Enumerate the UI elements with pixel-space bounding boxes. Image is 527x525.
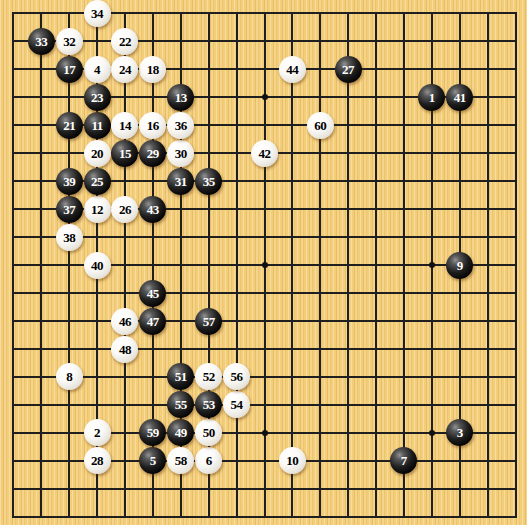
stone-black-27[interactable]: 27 <box>335 56 362 83</box>
stone-black-55[interactable]: 55 <box>167 391 194 418</box>
stone-black-59[interactable]: 59 <box>139 419 166 446</box>
stone-white-26[interactable]: 26 <box>111 196 138 223</box>
stone-white-22[interactable]: 22 <box>111 28 138 55</box>
stone-white-20[interactable]: 20 <box>84 140 111 167</box>
stone-white-52[interactable]: 52 <box>195 363 222 390</box>
stone-white-12[interactable]: 12 <box>84 196 111 223</box>
stone-white-36[interactable]: 36 <box>167 112 194 139</box>
stone-white-14[interactable]: 14 <box>111 112 138 139</box>
stone-white-54[interactable]: 54 <box>223 391 250 418</box>
stone-white-34[interactable]: 34 <box>84 0 111 27</box>
stone-black-21[interactable]: 21 <box>56 112 83 139</box>
stone-black-33[interactable]: 33 <box>28 28 55 55</box>
stone-white-28[interactable]: 28 <box>84 447 111 474</box>
stone-white-40[interactable]: 40 <box>84 252 111 279</box>
stone-black-5[interactable]: 5 <box>139 447 166 474</box>
stone-black-53[interactable]: 53 <box>195 391 222 418</box>
stone-black-57[interactable]: 57 <box>195 308 222 335</box>
stone-white-30[interactable]: 30 <box>167 140 194 167</box>
stone-white-42[interactable]: 42 <box>251 140 278 167</box>
stone-white-50[interactable]: 50 <box>195 419 222 446</box>
stone-black-25[interactable]: 25 <box>84 168 111 195</box>
stone-black-1[interactable]: 1 <box>418 84 445 111</box>
stone-black-51[interactable]: 51 <box>167 363 194 390</box>
stone-white-46[interactable]: 46 <box>111 308 138 335</box>
stone-white-18[interactable]: 18 <box>139 56 166 83</box>
stone-white-6[interactable]: 6 <box>195 447 222 474</box>
stone-black-41[interactable]: 41 <box>446 84 473 111</box>
stone-white-24[interactable]: 24 <box>111 56 138 83</box>
stone-black-47[interactable]: 47 <box>139 308 166 335</box>
go-board[interactable]: 1234567891011121314151617182021222324252… <box>0 0 527 525</box>
stone-black-15[interactable]: 15 <box>111 140 138 167</box>
stone-white-38[interactable]: 38 <box>56 224 83 251</box>
stone-white-2[interactable]: 2 <box>84 419 111 446</box>
stone-black-9[interactable]: 9 <box>446 252 473 279</box>
stone-white-10[interactable]: 10 <box>279 447 306 474</box>
stone-black-39[interactable]: 39 <box>56 168 83 195</box>
stone-white-8[interactable]: 8 <box>56 363 83 390</box>
stone-white-56[interactable]: 56 <box>223 363 250 390</box>
stone-white-4[interactable]: 4 <box>84 56 111 83</box>
stone-black-45[interactable]: 45 <box>139 280 166 307</box>
stone-black-29[interactable]: 29 <box>139 140 166 167</box>
stone-white-16[interactable]: 16 <box>139 112 166 139</box>
stone-white-48[interactable]: 48 <box>111 336 138 363</box>
stone-black-23[interactable]: 23 <box>84 84 111 111</box>
stone-black-3[interactable]: 3 <box>446 419 473 446</box>
stone-white-60[interactable]: 60 <box>307 112 334 139</box>
stone-white-32[interactable]: 32 <box>56 28 83 55</box>
stone-white-44[interactable]: 44 <box>279 56 306 83</box>
stone-black-37[interactable]: 37 <box>56 196 83 223</box>
stone-black-49[interactable]: 49 <box>167 419 194 446</box>
stone-black-43[interactable]: 43 <box>139 196 166 223</box>
stone-black-13[interactable]: 13 <box>167 84 194 111</box>
stone-black-31[interactable]: 31 <box>167 168 194 195</box>
stone-black-11[interactable]: 11 <box>84 112 111 139</box>
stone-black-7[interactable]: 7 <box>390 447 417 474</box>
stone-white-58[interactable]: 58 <box>167 447 194 474</box>
stone-black-35[interactable]: 35 <box>195 168 222 195</box>
stone-black-17[interactable]: 17 <box>56 56 83 83</box>
stones-layer: 1234567891011121314151617182021222324252… <box>0 0 527 525</box>
